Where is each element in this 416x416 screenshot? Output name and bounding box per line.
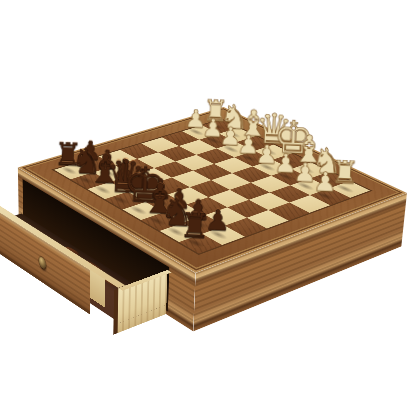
chess-box-photo: ♜♞♝♛♚♝♞♜♟♟♟♟♟♟♟♟♟♟♟♟♟♟♟♟♜♞♝♛♚♝♞♜ [0,0,416,416]
drawer-knob[interactable] [39,256,46,271]
camera-tilt-wrapper: ♜♞♝♛♚♝♞♜♟♟♟♟♟♟♟♟♟♟♟♟♟♟♟♟♜♞♝♛♚♝♞♜ [0,0,416,416]
piece-black-rook[interactable]: ♜ [179,205,211,247]
chess-box: ♜♞♝♛♚♝♞♜♟♟♟♟♟♟♟♟♟♟♟♟♟♟♟♟♜♞♝♛♚♝♞♜ [18,107,407,273]
piece-white-pawn[interactable]: ♟ [310,166,340,199]
